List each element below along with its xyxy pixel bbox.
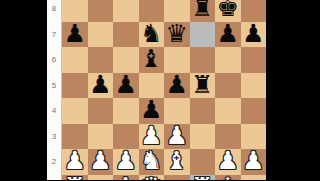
rank-label-5: 5 bbox=[47, 73, 61, 99]
square-f1[interactable]: ♜ bbox=[190, 175, 216, 181]
piece-black-knight[interactable]: ♞ bbox=[140, 21, 162, 46]
square-h3[interactable] bbox=[241, 124, 267, 150]
square-f5[interactable]: ♜ bbox=[190, 73, 216, 99]
piece-white-knight[interactable]: ♞ bbox=[140, 148, 162, 173]
square-f4[interactable] bbox=[190, 98, 216, 124]
piece-black-pawn[interactable]: ♟ bbox=[166, 72, 188, 97]
square-b4[interactable] bbox=[88, 98, 114, 124]
piece-white-bishop[interactable]: ♝ bbox=[115, 174, 137, 180]
square-d7[interactable]: ♞ bbox=[139, 22, 165, 48]
square-e1[interactable] bbox=[164, 175, 190, 181]
rank-label-8: 8 bbox=[47, 0, 61, 22]
square-d1[interactable]: ♛ bbox=[139, 175, 165, 181]
piece-black-pawn[interactable]: ♟ bbox=[89, 72, 111, 97]
rank-label-2: 2 bbox=[47, 149, 61, 175]
piece-white-queen[interactable]: ♛ bbox=[140, 174, 162, 180]
square-c3[interactable] bbox=[113, 124, 139, 150]
square-h5[interactable] bbox=[241, 73, 267, 99]
square-h1[interactable] bbox=[241, 175, 267, 181]
square-d6[interactable]: ♝ bbox=[139, 47, 165, 73]
rank-coordinate-strip: 8 7 6 5 4 3 2 1 bbox=[47, 0, 62, 180]
square-c5[interactable]: ♟ bbox=[113, 73, 139, 99]
square-g4[interactable] bbox=[215, 98, 241, 124]
square-c8[interactable] bbox=[113, 0, 139, 22]
square-g7[interactable]: ♟ bbox=[215, 22, 241, 48]
piece-white-pawn[interactable]: ♟ bbox=[242, 148, 264, 173]
piece-white-bishop[interactable]: ♝ bbox=[166, 148, 188, 173]
square-g6[interactable] bbox=[215, 47, 241, 73]
square-d4[interactable]: ♟ bbox=[139, 98, 165, 124]
square-b3[interactable] bbox=[88, 124, 114, 150]
rank-labels: 8 7 6 5 4 3 2 1 bbox=[47, 0, 61, 180]
square-f2[interactable] bbox=[190, 149, 216, 175]
piece-black-bishop[interactable]: ♝ bbox=[140, 46, 162, 71]
piece-black-pawn[interactable]: ♟ bbox=[242, 21, 264, 46]
square-a6[interactable] bbox=[62, 47, 88, 73]
square-e3[interactable]: ♟ bbox=[164, 124, 190, 150]
square-b5[interactable]: ♟ bbox=[88, 73, 114, 99]
piece-black-rook[interactable]: ♜ bbox=[191, 72, 213, 97]
square-f3[interactable] bbox=[190, 124, 216, 150]
piece-black-pawn[interactable]: ♟ bbox=[217, 21, 239, 46]
rank-label-4: 4 bbox=[47, 98, 61, 124]
square-b8[interactable] bbox=[88, 0, 114, 22]
square-d5[interactable] bbox=[139, 73, 165, 99]
square-f7[interactable] bbox=[190, 22, 216, 48]
square-c7[interactable] bbox=[113, 22, 139, 48]
square-c1[interactable]: ♝ bbox=[113, 175, 139, 181]
square-e4[interactable] bbox=[164, 98, 190, 124]
square-g1[interactable]: ♚ bbox=[215, 175, 241, 181]
square-h2[interactable]: ♟ bbox=[241, 149, 267, 175]
square-a3[interactable] bbox=[62, 124, 88, 150]
piece-white-pawn[interactable]: ♟ bbox=[64, 148, 86, 173]
chess-app-canvas: 8 7 6 5 4 3 2 1 ♜♚♟♞♛♟♟♝♟♟♟♜♟♟♟♟♟♟♞♝♟♟♜♝… bbox=[0, 0, 320, 180]
piece-white-pawn[interactable]: ♟ bbox=[115, 148, 137, 173]
square-a2[interactable]: ♟ bbox=[62, 149, 88, 175]
square-h6[interactable] bbox=[241, 47, 267, 73]
square-h7[interactable]: ♟ bbox=[241, 22, 267, 48]
rank-label-1: 1 bbox=[47, 175, 61, 181]
rank-label-3: 3 bbox=[47, 124, 61, 150]
piece-black-pawn[interactable]: ♟ bbox=[64, 21, 86, 46]
rank-label-6: 6 bbox=[47, 47, 61, 73]
piece-white-pawn[interactable]: ♟ bbox=[217, 148, 239, 173]
square-f6[interactable] bbox=[190, 47, 216, 73]
piece-white-pawn[interactable]: ♟ bbox=[140, 123, 162, 148]
square-e5[interactable]: ♟ bbox=[164, 73, 190, 99]
square-a1[interactable]: ♜ bbox=[62, 175, 88, 181]
square-g3[interactable] bbox=[215, 124, 241, 150]
square-e2[interactable]: ♝ bbox=[164, 149, 190, 175]
square-b6[interactable] bbox=[88, 47, 114, 73]
square-c6[interactable] bbox=[113, 47, 139, 73]
square-b1[interactable] bbox=[88, 175, 114, 181]
square-a5[interactable] bbox=[62, 73, 88, 99]
square-g5[interactable] bbox=[215, 73, 241, 99]
square-h4[interactable] bbox=[241, 98, 267, 124]
square-c4[interactable] bbox=[113, 98, 139, 124]
piece-white-rook[interactable]: ♜ bbox=[191, 174, 213, 180]
piece-black-king[interactable]: ♚ bbox=[217, 0, 239, 20]
piece-black-queen[interactable]: ♛ bbox=[166, 21, 188, 46]
square-f8[interactable]: ♜ bbox=[190, 0, 216, 22]
piece-white-king[interactable]: ♚ bbox=[217, 174, 239, 180]
square-a7[interactable]: ♟ bbox=[62, 22, 88, 48]
square-b7[interactable] bbox=[88, 22, 114, 48]
piece-white-pawn[interactable]: ♟ bbox=[89, 148, 111, 173]
square-e6[interactable] bbox=[164, 47, 190, 73]
square-d3[interactable]: ♟ bbox=[139, 124, 165, 150]
chess-board[interactable]: ♜♚♟♞♛♟♟♝♟♟♟♜♟♟♟♟♟♟♞♝♟♟♜♝♛♜♚ bbox=[62, 0, 266, 180]
square-g2[interactable]: ♟ bbox=[215, 149, 241, 175]
square-b2[interactable]: ♟ bbox=[88, 149, 114, 175]
square-d2[interactable]: ♞ bbox=[139, 149, 165, 175]
square-c2[interactable]: ♟ bbox=[113, 149, 139, 175]
square-a4[interactable] bbox=[62, 98, 88, 124]
piece-black-rook[interactable]: ♜ bbox=[191, 0, 213, 20]
piece-white-rook[interactable]: ♜ bbox=[64, 174, 86, 180]
rank-label-7: 7 bbox=[47, 22, 61, 48]
piece-black-pawn[interactable]: ♟ bbox=[115, 72, 137, 97]
square-e7[interactable]: ♛ bbox=[164, 22, 190, 48]
piece-white-pawn[interactable]: ♟ bbox=[166, 123, 188, 148]
piece-black-pawn[interactable]: ♟ bbox=[140, 97, 162, 122]
